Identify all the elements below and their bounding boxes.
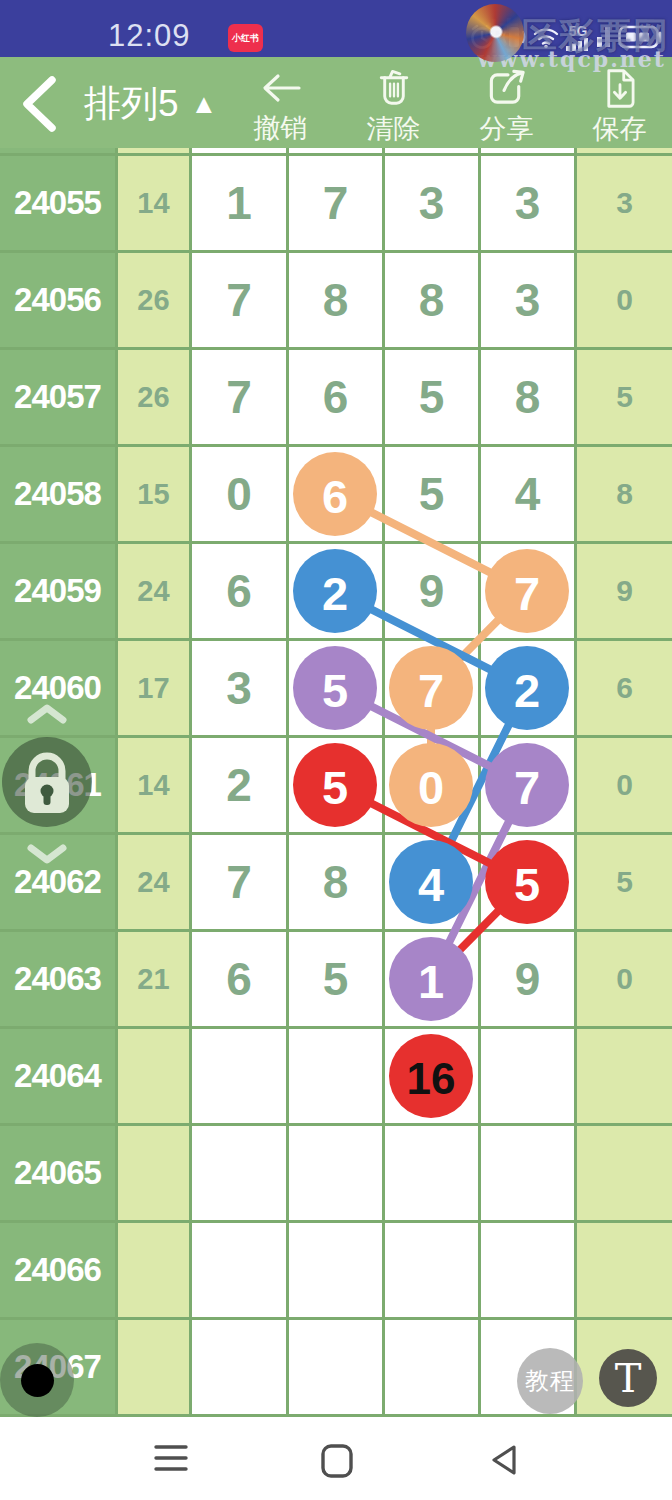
digit-cell-last[interactable] (577, 1223, 672, 1317)
trend-row: 24064 (0, 1029, 672, 1123)
back-nav-icon[interactable] (488, 1443, 520, 1477)
digit-cell[interactable]: 8 (481, 350, 574, 444)
clock-time: 12:09 (108, 18, 191, 54)
digit-cell[interactable]: 5 (289, 738, 382, 832)
digit-cell-last[interactable]: 6 (577, 641, 672, 735)
period-cell: 24066 (0, 1223, 115, 1317)
digit-cell[interactable]: 7 (481, 544, 574, 638)
trend-row: 24066 (0, 1223, 672, 1317)
digit-cell[interactable] (289, 1029, 382, 1123)
trend-row: 240551417333 (0, 156, 672, 250)
digit-cell-last[interactable]: 5 (577, 835, 672, 929)
digit-cell[interactable] (289, 1320, 382, 1414)
current-pen-color-black (21, 1364, 54, 1397)
digit-cell[interactable]: 9 (481, 932, 574, 1026)
lock-button[interactable] (0, 734, 95, 830)
digit-cell[interactable]: 8 (289, 835, 382, 929)
trend-row: 24065 (0, 1126, 672, 1220)
digit-cell[interactable]: 5 (481, 835, 574, 929)
digit-cell[interactable]: 2 (192, 738, 286, 832)
home-icon[interactable] (320, 1443, 354, 1479)
app-screen: 12:09 小红书 5G (0, 0, 672, 1500)
digit-cell[interactable]: 2 (481, 641, 574, 735)
digit-cell[interactable]: 6 (289, 350, 382, 444)
digit-cell[interactable] (481, 1126, 574, 1220)
trend-row: 240581506548 (0, 447, 672, 541)
sum-cell: 17 (118, 641, 189, 735)
period-cell: 24055 (0, 156, 115, 250)
tqcp-site-logo (466, 4, 524, 62)
digit-cell[interactable]: 3 (481, 253, 574, 347)
android-nav-bar (0, 1417, 672, 1500)
digit-cell-last[interactable] (577, 1029, 672, 1123)
scroll-up-chevron[interactable] (27, 704, 67, 725)
share-icon (484, 67, 530, 110)
digit-cell[interactable]: 2 (289, 544, 382, 638)
digit-cell-last[interactable]: 0 (577, 932, 672, 1026)
digit-cell[interactable]: 9 (385, 544, 478, 638)
digit-cell[interactable]: 0 (192, 447, 286, 541)
xiaohongshu-notification-icon: 小红书 (228, 24, 263, 52)
digit-cell[interactable]: 7 (192, 350, 286, 444)
trend-row: 240572676585 (0, 350, 672, 444)
digit-cell[interactable] (385, 1029, 478, 1123)
back-button[interactable] (18, 75, 60, 133)
digit-cell[interactable] (385, 1223, 478, 1317)
digit-cell[interactable]: 6 (192, 932, 286, 1026)
sum-cell (118, 1029, 189, 1123)
trend-row: 240601735726 (0, 641, 672, 735)
save-button[interactable]: 保存 (563, 61, 672, 147)
digit-cell-last[interactable]: 0 (577, 253, 672, 347)
digit-cell[interactable] (289, 1223, 382, 1317)
digit-cell[interactable] (192, 1223, 286, 1317)
digit-cell-last[interactable] (577, 1126, 672, 1220)
digit-cell[interactable]: 4 (385, 835, 478, 929)
undo-arrow-icon (259, 67, 303, 109)
trend-row: 240632165190 (0, 932, 672, 1026)
clear-button[interactable]: 清除 (337, 61, 450, 147)
toolbar-buttons: 撤销 清除 分享 (224, 61, 672, 147)
digit-cell-last[interactable]: 0 (577, 738, 672, 832)
digit-cell[interactable]: 6 (289, 447, 382, 541)
digit-cell-last[interactable]: 8 (577, 447, 672, 541)
share-button[interactable]: 分享 (450, 61, 563, 147)
dropdown-caret-icon: ▲ (191, 89, 218, 120)
period-cell: 24064 (0, 1029, 115, 1123)
pen-color-button[interactable] (0, 1343, 74, 1417)
digit-cell[interactable] (385, 1126, 478, 1220)
sum-cell: 24 (118, 544, 189, 638)
digit-cell-last[interactable]: 5 (577, 350, 672, 444)
sum-cell (118, 1320, 189, 1414)
text-tool-button[interactable]: T (599, 1349, 657, 1407)
digit-cell[interactable]: 8 (385, 253, 478, 347)
digit-cell[interactable]: 1 (192, 156, 286, 250)
sum-cell: 14 (118, 156, 189, 250)
digit-cell[interactable]: 7 (481, 738, 574, 832)
digit-cell[interactable]: 7 (289, 156, 382, 250)
tutorial-button[interactable]: 教程 (517, 1348, 583, 1414)
digit-cell[interactable]: 3 (385, 156, 478, 250)
period-cell: 24057 (0, 350, 115, 444)
trend-row: 240592462979 (0, 544, 672, 638)
digit-cell-last[interactable]: 3 (577, 156, 672, 250)
scroll-down-chevron[interactable] (27, 843, 67, 864)
save-file-icon (600, 67, 640, 110)
sum-cell: 26 (118, 350, 189, 444)
digit-cell-last[interactable]: 9 (577, 544, 672, 638)
trend-row: 240611425070 (0, 738, 672, 832)
digit-cell[interactable]: 3 (192, 641, 286, 735)
digit-cell[interactable] (192, 1126, 286, 1220)
digit-cell[interactable]: 5 (385, 350, 478, 444)
period-cell: 24065 (0, 1126, 115, 1220)
digit-cell[interactable] (385, 1320, 478, 1414)
period-cell: 24058 (0, 447, 115, 541)
digit-cell[interactable] (481, 1029, 574, 1123)
page-title: 排列5 (84, 79, 179, 129)
digit-cell[interactable]: 4 (481, 447, 574, 541)
digit-cell[interactable]: 5 (385, 447, 478, 541)
sum-cell (118, 1223, 189, 1317)
sum-cell: 14 (118, 738, 189, 832)
digit-cell[interactable]: 5 (289, 641, 382, 735)
digit-cell[interactable]: 6 (192, 544, 286, 638)
sum-cell: 21 (118, 932, 189, 1026)
sum-cell: 15 (118, 447, 189, 541)
trend-chart-grid: 2405514173332405626788302405726765852405… (0, 148, 672, 1417)
sum-cell: 26 (118, 253, 189, 347)
digit-cell[interactable]: 7 (192, 253, 286, 347)
digit-cell[interactable]: 7 (192, 835, 286, 929)
digit-cell[interactable]: 5 (289, 932, 382, 1026)
digit-cell[interactable]: 8 (289, 253, 382, 347)
trend-row: 240562678830 (0, 253, 672, 347)
recent-apps-icon[interactable] (152, 1443, 190, 1473)
digit-cell[interactable]: 1 (385, 932, 478, 1026)
period-cell: 24059 (0, 544, 115, 638)
digit-cell[interactable] (192, 1320, 286, 1414)
sum-cell: 24 (118, 835, 189, 929)
digit-cell[interactable] (192, 1029, 286, 1123)
game-title-dropdown[interactable]: 排列5 ▲ (84, 79, 217, 129)
sum-cell (118, 1126, 189, 1220)
undo-button[interactable]: 撤销 (224, 61, 337, 147)
digit-cell[interactable] (289, 1126, 382, 1220)
trash-icon (372, 67, 416, 110)
partial-row (0, 148, 672, 153)
trend-row: 240622478455 (0, 835, 672, 929)
period-cell: 24063 (0, 932, 115, 1026)
digit-cell[interactable] (481, 1223, 574, 1317)
digit-cell[interactable]: 3 (481, 156, 574, 250)
digit-cell[interactable]: 7 (385, 641, 478, 735)
period-cell: 24056 (0, 253, 115, 347)
digit-cell[interactable]: 0 (385, 738, 478, 832)
